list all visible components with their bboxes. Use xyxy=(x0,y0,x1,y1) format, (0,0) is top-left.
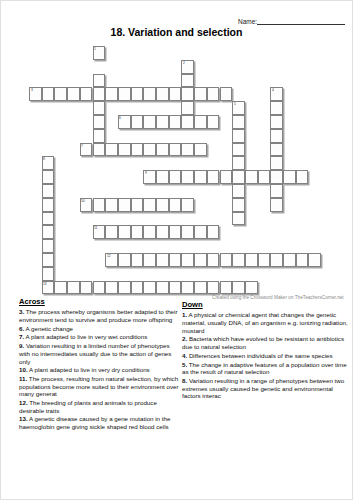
cell-number: 10 xyxy=(81,199,85,202)
grid-cell[interactable] xyxy=(118,143,131,157)
crossword-grid: 12345678910111213 xyxy=(29,46,322,295)
cell-number: 2 xyxy=(183,61,185,64)
grid-cell[interactable] xyxy=(54,281,67,295)
grid-cell[interactable] xyxy=(131,253,144,267)
grid-cell[interactable] xyxy=(143,225,156,239)
grid-cell[interactable] xyxy=(143,281,156,295)
clue-item: 7. A plant adapted to live in very wet c… xyxy=(19,333,180,341)
grid-cell[interactable] xyxy=(131,115,144,129)
grid-cell[interactable] xyxy=(270,170,283,184)
cell-number: 1 xyxy=(94,47,96,50)
grid-cell[interactable] xyxy=(270,184,283,198)
grid-cell[interactable] xyxy=(80,87,93,101)
grid-cell[interactable] xyxy=(131,281,144,295)
grid-cell[interactable] xyxy=(143,143,156,157)
cell-number: 11 xyxy=(94,226,97,229)
cell-number: 7 xyxy=(81,144,83,147)
grid-cell[interactable] xyxy=(105,143,118,157)
grid-cell[interactable] xyxy=(207,115,220,129)
grid-cell[interactable] xyxy=(143,87,156,101)
grid-cell[interactable] xyxy=(220,253,233,267)
grid-cell[interactable] xyxy=(181,253,194,267)
grid-cell[interactable] xyxy=(105,281,118,295)
grid-cell[interactable] xyxy=(131,87,144,101)
grid-cell[interactable] xyxy=(232,143,245,157)
grid-cell[interactable] xyxy=(143,253,156,267)
cell-number: 12 xyxy=(107,254,111,257)
grid-cell[interactable] xyxy=(169,225,182,239)
cell-number: 8 xyxy=(43,157,45,160)
grid-cell[interactable] xyxy=(93,115,106,129)
clue-item: 13. A genetic disease caused by a gene m… xyxy=(19,415,180,430)
grid-cell[interactable]: 10 xyxy=(80,198,93,212)
clue-item: 1. A physical or chemical agent that cha… xyxy=(182,311,348,334)
grid-cell[interactable] xyxy=(118,281,131,295)
grid-cell[interactable] xyxy=(181,115,194,129)
grid-cell[interactable] xyxy=(131,143,144,157)
grid-cell[interactable] xyxy=(245,253,258,267)
grid-cell[interactable] xyxy=(93,87,106,101)
grid-cell[interactable]: 1 xyxy=(93,46,106,60)
grid-cell[interactable] xyxy=(42,225,55,239)
grid-cell[interactable] xyxy=(105,225,118,239)
clue-item: 10. A plant adapted to live in very dry … xyxy=(19,366,180,374)
grid-cell[interactable] xyxy=(194,281,207,295)
grid-cell[interactable] xyxy=(80,281,93,295)
grid-cell[interactable] xyxy=(207,170,220,184)
grid-cell[interactable]: 5 xyxy=(232,101,245,115)
grid-cell[interactable] xyxy=(270,156,283,170)
grid-cell[interactable] xyxy=(156,170,169,184)
grid-cell[interactable] xyxy=(258,253,271,267)
grid-cell[interactable] xyxy=(232,170,245,184)
grid-cell[interactable] xyxy=(156,198,169,212)
grid-cell[interactable] xyxy=(93,74,106,88)
cell-number: 6 xyxy=(119,116,121,119)
grid-cell[interactable]: 2 xyxy=(181,60,194,74)
grid-cell[interactable] xyxy=(207,87,220,101)
grid-cell[interactable] xyxy=(143,115,156,129)
grid-cell[interactable] xyxy=(54,87,67,101)
grid-cell[interactable] xyxy=(169,281,182,295)
grid-cell[interactable] xyxy=(156,225,169,239)
grid-cell[interactable] xyxy=(105,87,118,101)
cell-number: 3 xyxy=(31,88,33,91)
name-blank-line xyxy=(257,17,345,25)
grid-cell[interactable] xyxy=(194,143,207,157)
grid-cell[interactable] xyxy=(131,198,144,212)
grid-cell[interactable] xyxy=(156,281,169,295)
grid-cell[interactable] xyxy=(156,253,169,267)
grid-cell[interactable] xyxy=(42,239,55,253)
cell-number: 5 xyxy=(234,102,236,105)
grid-cell[interactable] xyxy=(207,253,220,267)
grid-cell[interactable] xyxy=(258,170,271,184)
grid-cell[interactable] xyxy=(169,143,182,157)
clue-item: 3. The process whereby organisms better … xyxy=(19,308,180,323)
grid-cell[interactable] xyxy=(283,170,296,184)
grid-cell[interactable] xyxy=(308,253,321,267)
grid-cell[interactable] xyxy=(220,87,233,101)
grid-cell[interactable] xyxy=(194,87,207,101)
grid-cell[interactable] xyxy=(181,170,194,184)
grid-cell[interactable] xyxy=(232,212,245,226)
grid-cell[interactable] xyxy=(118,87,131,101)
grid-cell[interactable] xyxy=(169,253,182,267)
grid-cell[interactable] xyxy=(194,253,207,267)
clue-item: 6. A genetic change xyxy=(19,325,180,333)
grid-cell[interactable] xyxy=(181,101,194,115)
grid-cell[interactable] xyxy=(245,170,258,184)
clue-item: 12. The breeding of plants and animals t… xyxy=(19,399,180,414)
grid-cell[interactable] xyxy=(181,74,194,88)
grid-cell[interactable] xyxy=(181,225,194,239)
crossword-worksheet: { "game": "crossword", "page": { "name_l… xyxy=(0,0,353,500)
grid-cell[interactable] xyxy=(42,87,55,101)
cell-number: 4 xyxy=(272,88,274,91)
grid-cell[interactable] xyxy=(270,198,283,212)
grid-cell[interactable] xyxy=(270,143,283,157)
grid-cell[interactable] xyxy=(194,225,207,239)
grid-cell[interactable] xyxy=(93,143,106,157)
grid-cell[interactable]: 11 xyxy=(93,225,106,239)
grid-cell[interactable]: 7 xyxy=(80,143,93,157)
grid-cell[interactable] xyxy=(296,253,309,267)
grid-cell[interactable] xyxy=(181,143,194,157)
cell-number: 9 xyxy=(145,171,147,174)
grid-cell[interactable] xyxy=(118,253,131,267)
grid-cell[interactable] xyxy=(296,170,309,184)
down-header: Down xyxy=(182,300,348,309)
grid-cell[interactable] xyxy=(194,170,207,184)
grid-cell[interactable] xyxy=(270,129,283,143)
grid-cell[interactable] xyxy=(67,87,80,101)
grid-cell[interactable] xyxy=(207,225,220,239)
down-clues-section: Down 1. A physical or chemical agent tha… xyxy=(182,300,348,401)
page-title: 18. Variation and selection xyxy=(1,26,352,38)
grid-cell[interactable] xyxy=(118,198,131,212)
grid-cell[interactable] xyxy=(283,253,296,267)
grid-cell[interactable] xyxy=(42,267,55,281)
clue-item: 9. Variation resulting in a limited numb… xyxy=(19,342,180,365)
grid-cell[interactable] xyxy=(232,253,245,267)
grid-cell[interactable]: 4 xyxy=(270,87,283,101)
grid-cell[interactable] xyxy=(156,87,169,101)
clue-item: 8. Variation resulting in a range of phe… xyxy=(182,377,348,400)
grid-cell[interactable] xyxy=(156,115,169,129)
across-clues-section: Across 3. The process whereby organisms … xyxy=(19,297,180,432)
grid-cell[interactable] xyxy=(118,225,131,239)
grid-cell[interactable] xyxy=(181,198,194,212)
grid-cell[interactable]: 13 xyxy=(42,281,55,295)
grid-cell[interactable] xyxy=(181,87,194,101)
grid-cell[interactable] xyxy=(169,170,182,184)
grid-cell[interactable] xyxy=(270,253,283,267)
grid-cell[interactable] xyxy=(42,184,55,198)
across-clue-list: 3. The process whereby organisms better … xyxy=(19,308,180,430)
grid-cell[interactable] xyxy=(270,115,283,129)
name-label: Name: xyxy=(238,18,257,25)
grid-cell[interactable] xyxy=(93,129,106,143)
grid-cell[interactable]: 6 xyxy=(118,115,131,129)
grid-cell[interactable] xyxy=(156,143,169,157)
grid-cell[interactable] xyxy=(232,184,245,198)
grid-cell[interactable] xyxy=(42,198,55,212)
clue-item: 4. Differences between individuals of th… xyxy=(182,352,348,360)
grid-cell[interactable] xyxy=(169,115,182,129)
grid-cell[interactable] xyxy=(93,101,106,115)
down-clue-list: 1. A physical or chemical agent that cha… xyxy=(182,311,348,400)
grid-cell[interactable] xyxy=(232,198,245,212)
grid-cell[interactable] xyxy=(232,156,245,170)
grid-cell[interactable] xyxy=(93,198,106,212)
grid-cell[interactable]: 9 xyxy=(143,170,156,184)
clue-item: 11. The process, resulting from natural … xyxy=(19,375,180,398)
grid-cell[interactable] xyxy=(245,281,258,295)
grid-cell[interactable] xyxy=(105,198,118,212)
grid-cell[interactable] xyxy=(232,115,245,129)
grid-cell[interactable] xyxy=(42,170,55,184)
grid-cell[interactable]: 8 xyxy=(42,156,55,170)
grid-cell[interactable] xyxy=(67,281,80,295)
grid-cell[interactable] xyxy=(220,281,233,295)
clue-item: 2. Bacteria which have evolved to be res… xyxy=(182,335,348,350)
grid-cell[interactable] xyxy=(42,253,55,267)
grid-cell[interactable] xyxy=(232,281,245,295)
grid-cell[interactable] xyxy=(194,115,207,129)
grid-cell[interactable] xyxy=(232,129,245,143)
credit-text: Created using the Crossword Maker on The… xyxy=(212,295,344,300)
grid-cell[interactable] xyxy=(169,87,182,101)
grid-cell[interactable] xyxy=(143,198,156,212)
grid-cell[interactable] xyxy=(270,101,283,115)
grid-cell[interactable] xyxy=(131,225,144,239)
name-field: Name: xyxy=(238,17,348,25)
cell-number: 13 xyxy=(43,282,47,285)
grid-cell[interactable] xyxy=(181,281,194,295)
grid-cell[interactable] xyxy=(93,281,106,295)
grid-cell[interactable] xyxy=(220,170,233,184)
grid-cell[interactable] xyxy=(169,198,182,212)
grid-cell[interactable]: 12 xyxy=(105,253,118,267)
clue-item: 5. The change in adaptive features of a … xyxy=(182,361,348,376)
grid-cell[interactable] xyxy=(42,212,55,226)
grid-cell[interactable]: 3 xyxy=(29,87,42,101)
grid-cell[interactable] xyxy=(207,281,220,295)
across-header: Across xyxy=(19,297,180,306)
